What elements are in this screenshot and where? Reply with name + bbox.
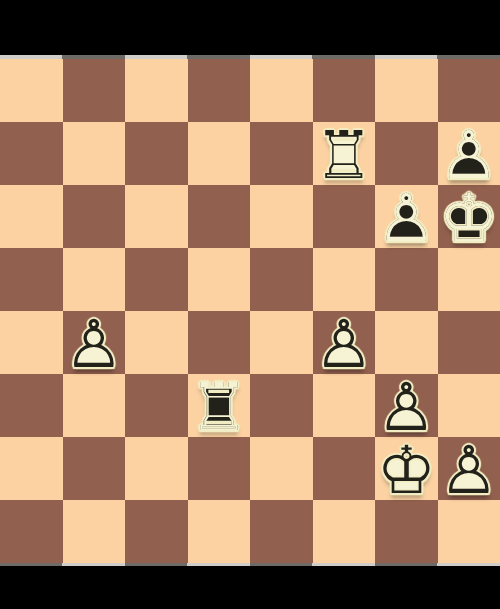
square-e5[interactable] (250, 248, 313, 311)
square-b6[interactable] (63, 185, 126, 248)
piece-white-pawn-f4[interactable]: ♟♙ (313, 311, 376, 374)
square-e6[interactable] (250, 185, 313, 248)
letterbox-top (0, 0, 500, 55)
square-d5[interactable] (188, 248, 251, 311)
square-a7[interactable] (0, 122, 63, 185)
piece-white-king-g2[interactable]: ♚♔ (375, 437, 438, 500)
rook-glyph-outline: ♖ (189, 375, 248, 441)
square-a5[interactable] (0, 248, 63, 311)
pawn-glyph-outline: ♙ (439, 123, 498, 189)
pawn-glyph-outline: ♙ (439, 438, 498, 504)
rook-glyph-outline: ♖ (314, 123, 373, 189)
square-d8[interactable] (188, 59, 251, 122)
piece-black-pawn-g6[interactable]: ♟♙ (375, 185, 438, 248)
square-c1[interactable] (125, 500, 188, 563)
square-b2[interactable] (63, 437, 126, 500)
chess-app-window: ♜♖♟♙♟♙♚♔♟♙♟♙♜♖♟♙♚♔♟♙ (0, 0, 500, 609)
square-g5[interactable] (375, 248, 438, 311)
square-h4[interactable] (438, 311, 500, 374)
square-d6[interactable] (188, 185, 251, 248)
square-c2[interactable] (125, 437, 188, 500)
piece-black-rook-d3[interactable]: ♜♖ (188, 374, 251, 437)
square-a4[interactable] (0, 311, 63, 374)
square-e2[interactable] (250, 437, 313, 500)
king-glyph-outline: ♔ (377, 438, 436, 504)
piece-white-pawn-b4[interactable]: ♟♙ (63, 311, 126, 374)
square-b3[interactable] (63, 374, 126, 437)
square-f7[interactable]: ♜♖ (313, 122, 376, 185)
square-f5[interactable] (313, 248, 376, 311)
pawn-glyph-outline: ♙ (64, 312, 123, 378)
square-c7[interactable] (125, 122, 188, 185)
square-c4[interactable] (125, 311, 188, 374)
square-a3[interactable] (0, 374, 63, 437)
square-g4[interactable] (375, 311, 438, 374)
piece-black-king-h6[interactable]: ♚♔ (438, 185, 500, 248)
king-glyph-fill: ♚ (439, 186, 498, 252)
pawn-glyph-outline: ♙ (377, 375, 436, 441)
square-g7[interactable] (375, 122, 438, 185)
square-e8[interactable] (250, 59, 313, 122)
square-h8[interactable] (438, 59, 500, 122)
piece-white-rook-f7[interactable]: ♜♖ (313, 122, 376, 185)
square-f4[interactable]: ♟♙ (313, 311, 376, 374)
king-glyph-fill: ♚ (377, 438, 436, 504)
square-f8[interactable] (313, 59, 376, 122)
piece-white-pawn-g3[interactable]: ♟♙ (375, 374, 438, 437)
square-e4[interactable] (250, 311, 313, 374)
pawn-glyph-fill: ♟ (439, 438, 498, 504)
square-b8[interactable] (63, 59, 126, 122)
square-g6[interactable]: ♟♙ (375, 185, 438, 248)
square-h7[interactable]: ♟♙ (438, 122, 500, 185)
square-h1[interactable] (438, 500, 500, 563)
square-b5[interactable] (63, 248, 126, 311)
square-b4[interactable]: ♟♙ (63, 311, 126, 374)
square-c5[interactable] (125, 248, 188, 311)
pawn-glyph-fill: ♟ (377, 375, 436, 441)
pawn-glyph-fill: ♟ (64, 312, 123, 378)
square-f1[interactable] (313, 500, 376, 563)
pawn-glyph-outline: ♙ (314, 312, 373, 378)
square-g3[interactable]: ♟♙ (375, 374, 438, 437)
square-h6[interactable]: ♚♔ (438, 185, 500, 248)
square-a8[interactable] (0, 59, 63, 122)
pawn-glyph-fill: ♟ (377, 186, 436, 252)
square-g2[interactable]: ♚♔ (375, 437, 438, 500)
chess-board: ♜♖♟♙♟♙♚♔♟♙♟♙♜♖♟♙♚♔♟♙ (0, 59, 500, 563)
square-d4[interactable] (188, 311, 251, 374)
square-f6[interactable] (313, 185, 376, 248)
square-e1[interactable] (250, 500, 313, 563)
square-d1[interactable] (188, 500, 251, 563)
square-e3[interactable] (250, 374, 313, 437)
square-b7[interactable] (63, 122, 126, 185)
square-a1[interactable] (0, 500, 63, 563)
square-c8[interactable] (125, 59, 188, 122)
square-d3[interactable]: ♜♖ (188, 374, 251, 437)
square-h2[interactable]: ♟♙ (438, 437, 500, 500)
square-g8[interactable] (375, 59, 438, 122)
square-h5[interactable] (438, 248, 500, 311)
letterbox-bottom (0, 566, 500, 609)
square-a6[interactable] (0, 185, 63, 248)
piece-black-pawn-h7[interactable]: ♟♙ (438, 122, 500, 185)
square-d7[interactable] (188, 122, 251, 185)
pawn-glyph-outline: ♙ (377, 186, 436, 252)
king-glyph-outline: ♔ (439, 186, 498, 252)
piece-white-pawn-h2[interactable]: ♟♙ (438, 437, 500, 500)
square-f2[interactable] (313, 437, 376, 500)
square-g1[interactable] (375, 500, 438, 563)
rook-glyph-fill: ♜ (314, 123, 373, 189)
square-f3[interactable] (313, 374, 376, 437)
square-a2[interactable] (0, 437, 63, 500)
pawn-glyph-fill: ♟ (439, 123, 498, 189)
square-c6[interactable] (125, 185, 188, 248)
chess-board-area: ♜♖♟♙♟♙♚♔♟♙♟♙♜♖♟♙♚♔♟♙ (0, 55, 500, 566)
square-b1[interactable] (63, 500, 126, 563)
square-e7[interactable] (250, 122, 313, 185)
square-c3[interactable] (125, 374, 188, 437)
square-d2[interactable] (188, 437, 251, 500)
square-h3[interactable] (438, 374, 500, 437)
pawn-glyph-fill: ♟ (314, 312, 373, 378)
rook-glyph-fill: ♜ (189, 375, 248, 441)
